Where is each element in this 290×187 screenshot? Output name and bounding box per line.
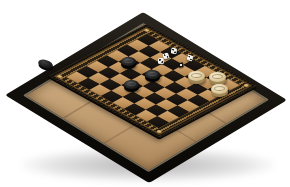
ivory-checker-piece (209, 72, 226, 82)
black-checker-piece (145, 70, 160, 79)
ivory-checker-piece (211, 84, 228, 94)
black-checker-piece (121, 57, 136, 66)
white-die (171, 48, 178, 55)
ivory-checker-piece (188, 71, 205, 81)
corner-rosette-icon (243, 83, 250, 87)
product-photo-scene (0, 0, 290, 187)
black-checker-piece (124, 80, 139, 89)
white-die (158, 58, 164, 64)
corner-rosette-icon (156, 130, 163, 134)
black-die (178, 62, 184, 68)
corner-rosette-icon (143, 28, 150, 32)
tray-black-checker (37, 58, 54, 70)
corner-rosette-icon (56, 75, 63, 79)
